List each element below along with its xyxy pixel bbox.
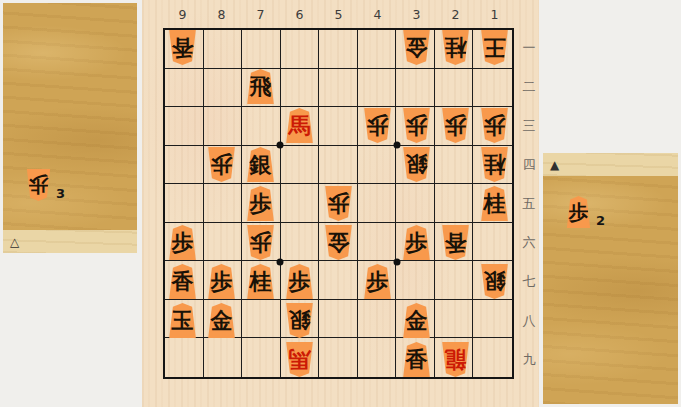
square-94[interactable] — [165, 146, 204, 185]
sente-captured-pieces: 歩2 — [543, 176, 678, 404]
star-point — [277, 259, 284, 266]
square-35[interactable] — [396, 184, 435, 223]
square-24[interactable] — [435, 146, 474, 185]
rank-label-1: 一 — [519, 28, 539, 67]
star-point — [277, 142, 284, 149]
file-label-1: 1 — [475, 5, 514, 24]
square-64[interactable] — [281, 146, 320, 185]
file-label-8: 8 — [202, 5, 241, 24]
file-label-7: 7 — [241, 5, 280, 24]
sente-owner-strip: ▲ — [543, 153, 678, 176]
square-81[interactable] — [204, 30, 243, 69]
gote-hand-fu[interactable]: 歩3 — [25, 169, 52, 201]
board-panel: 987654321 香金桂王飛馬歩歩歩歩歩銀銀桂歩歩桂歩歩金歩香香歩桂歩歩銀玉金… — [142, 0, 539, 407]
square-45[interactable] — [358, 184, 397, 223]
file-label-6: 6 — [280, 5, 319, 24]
star-point — [394, 142, 401, 149]
square-54[interactable] — [319, 146, 358, 185]
square-59[interactable] — [319, 338, 358, 377]
square-71[interactable] — [242, 30, 281, 69]
square-95[interactable] — [165, 184, 204, 223]
square-85[interactable] — [204, 184, 243, 223]
gote-owner-strip: △ — [3, 230, 137, 253]
square-51[interactable] — [319, 30, 358, 69]
square-16[interactable] — [473, 223, 512, 262]
square-32[interactable] — [396, 69, 435, 108]
square-79[interactable] — [242, 338, 281, 377]
rank-label-9: 九 — [519, 340, 539, 379]
file-label-9: 9 — [163, 5, 202, 24]
rank-label-8: 八 — [519, 301, 539, 340]
square-46[interactable] — [358, 223, 397, 262]
square-62[interactable] — [281, 69, 320, 108]
square-42[interactable] — [358, 69, 397, 108]
square-41[interactable] — [358, 30, 397, 69]
board-grid-area: 香金桂王飛馬歩歩歩歩歩銀銀桂歩歩桂歩歩金歩香香歩桂歩歩銀玉金銀金馬香龍 — [163, 28, 514, 379]
square-12[interactable] — [473, 69, 512, 108]
file-label-4: 4 — [358, 5, 397, 24]
square-49[interactable] — [358, 338, 397, 377]
file-labels: 987654321 — [163, 5, 514, 24]
rank-label-7: 七 — [519, 262, 539, 301]
square-53[interactable] — [319, 107, 358, 146]
star-point — [394, 259, 401, 266]
square-19[interactable] — [473, 338, 512, 377]
square-22[interactable] — [435, 69, 474, 108]
gote-komadai: 歩3 △ — [3, 3, 137, 253]
file-label-3: 3 — [397, 5, 436, 24]
hand-count: 3 — [56, 186, 65, 201]
square-37[interactable] — [396, 261, 435, 300]
square-52[interactable] — [319, 69, 358, 108]
square-44[interactable] — [358, 146, 397, 185]
square-99[interactable] — [165, 338, 204, 377]
square-61[interactable] — [281, 30, 320, 69]
square-92[interactable] — [165, 69, 204, 108]
square-78[interactable] — [242, 300, 281, 339]
square-93[interactable] — [165, 107, 204, 146]
square-18[interactable] — [473, 300, 512, 339]
hand-piece-fu[interactable]: 歩 — [25, 169, 52, 201]
rank-label-5: 五 — [519, 184, 539, 223]
gote-triangle-icon: △ — [10, 235, 19, 249]
sente-triangle-icon: ▲ — [550, 158, 559, 172]
rank-labels: 一二三四五六七八九 — [519, 28, 539, 379]
rank-label-6: 六 — [519, 223, 539, 262]
gote-captured-pieces: 歩3 — [3, 3, 137, 230]
square-65[interactable] — [281, 184, 320, 223]
file-label-2: 2 — [436, 5, 475, 24]
square-27[interactable] — [435, 261, 474, 300]
square-73[interactable] — [242, 107, 281, 146]
square-82[interactable] — [204, 69, 243, 108]
square-28[interactable] — [435, 300, 474, 339]
rank-label-4: 四 — [519, 145, 539, 184]
square-86[interactable] — [204, 223, 243, 262]
square-25[interactable] — [435, 184, 474, 223]
hand-piece-fu[interactable]: 歩 — [565, 196, 592, 228]
sente-komadai: ▲ 歩2 — [543, 153, 678, 404]
file-label-5: 5 — [319, 5, 358, 24]
square-83[interactable] — [204, 107, 243, 146]
hand-count: 2 — [596, 213, 605, 228]
square-48[interactable] — [358, 300, 397, 339]
square-66[interactable] — [281, 223, 320, 262]
square-58[interactable] — [319, 300, 358, 339]
rank-label-2: 二 — [519, 67, 539, 106]
sente-hand-fu[interactable]: 歩2 — [565, 196, 592, 228]
square-89[interactable] — [204, 338, 243, 377]
shogi-app: 歩3 △ 987654321 香金桂王飛馬歩歩歩歩歩銀銀桂歩歩桂歩歩金歩香香歩桂… — [0, 0, 681, 407]
square-57[interactable] — [319, 261, 358, 300]
rank-label-3: 三 — [519, 106, 539, 145]
